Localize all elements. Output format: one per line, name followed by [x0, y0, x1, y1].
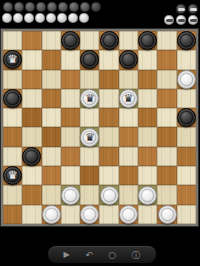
board-square[interactable]	[157, 185, 176, 204]
toolbar: ▶ ↶ ○ ⓘ	[48, 246, 156, 263]
white-man[interactable]	[119, 205, 138, 224]
board-square[interactable]	[42, 70, 61, 89]
board-square[interactable]	[80, 70, 99, 89]
board-square[interactable]	[22, 147, 41, 166]
board-square[interactable]: ♛	[3, 50, 22, 69]
board-square[interactable]	[3, 205, 22, 224]
black-man[interactable]	[3, 89, 22, 108]
board-square[interactable]	[138, 50, 157, 69]
board-square[interactable]	[138, 185, 157, 204]
board-square[interactable]	[138, 31, 157, 50]
board: ♛♛♛♛♛	[1, 29, 198, 226]
captured-black-man	[69, 2, 79, 12]
board-square[interactable]: ♛	[3, 166, 22, 185]
captured-white-man	[24, 13, 34, 23]
white-king[interactable]: ♛	[80, 128, 99, 147]
board-square[interactable]	[3, 89, 22, 108]
board-square[interactable]	[80, 205, 99, 224]
board-square[interactable]	[61, 108, 80, 127]
board-square[interactable]	[3, 185, 22, 204]
captured-black-man	[80, 2, 90, 12]
board-square[interactable]	[119, 31, 138, 50]
board-square[interactable]	[177, 70, 196, 89]
black-king[interactable]: ♛	[3, 166, 22, 185]
white-king[interactable]: ♛	[80, 89, 99, 108]
board-square[interactable]	[3, 31, 22, 50]
white-man[interactable]	[100, 186, 119, 205]
board-square[interactable]	[157, 31, 176, 50]
board-square[interactable]	[119, 166, 138, 185]
board-square[interactable]	[42, 89, 61, 108]
board-square[interactable]	[119, 147, 138, 166]
board-square[interactable]	[119, 205, 138, 224]
board-square[interactable]	[42, 50, 61, 69]
board-square[interactable]	[3, 147, 22, 166]
captured-white-man	[57, 13, 67, 23]
board-square[interactable]	[119, 70, 138, 89]
white-king-counter	[176, 15, 186, 25]
board-square[interactable]	[157, 89, 176, 108]
board-square[interactable]	[157, 147, 176, 166]
board-square[interactable]	[22, 205, 41, 224]
board-square[interactable]	[138, 70, 157, 89]
board-square[interactable]	[42, 127, 61, 146]
board-square[interactable]: ♛	[80, 89, 99, 108]
white-king-counter	[188, 15, 198, 25]
black-man[interactable]	[177, 108, 196, 127]
captured-black-man	[58, 2, 68, 12]
white-man[interactable]	[177, 70, 196, 89]
board-square[interactable]	[177, 50, 196, 69]
board-square[interactable]	[80, 166, 99, 185]
black-man[interactable]	[80, 50, 99, 69]
board-square[interactable]	[177, 147, 196, 166]
board-square[interactable]	[157, 166, 176, 185]
board-square[interactable]	[138, 166, 157, 185]
black-man[interactable]	[100, 31, 119, 50]
board-square[interactable]	[22, 50, 41, 69]
black-man[interactable]	[61, 31, 80, 50]
crown-icon: ♛	[8, 54, 18, 65]
board-square[interactable]	[61, 147, 80, 166]
board-square[interactable]	[61, 205, 80, 224]
captured-black-man	[47, 2, 57, 12]
board-square[interactable]	[3, 70, 22, 89]
board-square[interactable]	[119, 127, 138, 146]
board-square[interactable]	[22, 89, 41, 108]
board-square[interactable]	[61, 31, 80, 50]
circle-icon[interactable]: ○	[108, 251, 116, 260]
board-square[interactable]	[157, 205, 176, 224]
white-man[interactable]	[138, 186, 157, 205]
captured-black-man	[36, 2, 46, 12]
captured-white-man	[13, 13, 23, 23]
board-square[interactable]	[99, 185, 118, 204]
white-king[interactable]: ♛	[119, 89, 138, 108]
board-square[interactable]	[177, 185, 196, 204]
board-square[interactable]	[99, 127, 118, 146]
board-square[interactable]	[61, 185, 80, 204]
board-square[interactable]	[42, 205, 61, 224]
captured-white-man	[68, 13, 78, 23]
board-square[interactable]	[42, 108, 61, 127]
board-square[interactable]	[22, 127, 41, 146]
black-king-counter	[188, 4, 198, 14]
white-kings-tray	[164, 15, 198, 25]
board-square[interactable]	[3, 127, 22, 146]
board-square[interactable]	[138, 205, 157, 224]
crown-icon: ♛	[85, 93, 95, 104]
board-square[interactable]	[177, 89, 196, 108]
board-square[interactable]	[3, 108, 22, 127]
white-man[interactable]	[61, 186, 80, 205]
board-square[interactable]	[42, 185, 61, 204]
board-square[interactable]	[177, 31, 196, 50]
undo-icon[interactable]: ↶	[85, 251, 93, 260]
captured-black-man	[25, 2, 35, 12]
board-square[interactable]	[42, 147, 61, 166]
black-kings-tray	[176, 4, 198, 14]
white-man[interactable]	[158, 205, 177, 224]
black-man[interactable]	[138, 31, 157, 50]
board-square[interactable]	[99, 147, 118, 166]
board-square[interactable]	[99, 205, 118, 224]
board-square[interactable]	[99, 70, 118, 89]
board-square[interactable]	[22, 185, 41, 204]
captured-black-tray	[3, 2, 102, 12]
board-square[interactable]	[99, 166, 118, 185]
board-square[interactable]	[138, 147, 157, 166]
board-square[interactable]	[177, 108, 196, 127]
white-man[interactable]	[42, 205, 61, 224]
board-square[interactable]	[80, 108, 99, 127]
board-square[interactable]	[80, 31, 99, 50]
board-square[interactable]	[42, 166, 61, 185]
board-square[interactable]: ♛	[119, 89, 138, 108]
board-square[interactable]	[22, 108, 41, 127]
board-square[interactable]	[61, 166, 80, 185]
board-square[interactable]	[61, 70, 80, 89]
white-king-counter	[164, 15, 174, 25]
captured-white-man	[35, 13, 45, 23]
board-square[interactable]	[61, 127, 80, 146]
black-man[interactable]	[22, 147, 41, 166]
crown-icon: ♛	[8, 170, 18, 181]
board-square[interactable]	[99, 89, 118, 108]
black-man[interactable]	[119, 50, 138, 69]
black-man[interactable]	[177, 31, 196, 50]
app-screen: ♛♛♛♛♛ ▶ ↶ ○ ⓘ	[0, 0, 200, 266]
black-king-counter	[176, 4, 186, 14]
board-square[interactable]	[138, 127, 157, 146]
board-square[interactable]	[99, 108, 118, 127]
play-icon[interactable]: ▶	[63, 251, 69, 259]
board-square[interactable]: ♛	[80, 127, 99, 146]
board-square[interactable]	[22, 166, 41, 185]
captured-white-man	[2, 13, 12, 23]
board-square[interactable]	[61, 50, 80, 69]
board-square[interactable]	[138, 108, 157, 127]
captured-white-man	[46, 13, 56, 23]
board-square[interactable]	[177, 205, 196, 224]
board-square[interactable]	[61, 89, 80, 108]
captured-black-man	[91, 2, 101, 12]
captured-white-tray	[2, 13, 90, 23]
board-square[interactable]	[22, 70, 41, 89]
captured-black-man	[14, 2, 24, 12]
board-square[interactable]	[119, 108, 138, 127]
board-square[interactable]	[22, 31, 41, 50]
board-square[interactable]	[80, 50, 99, 69]
board-square[interactable]	[119, 50, 138, 69]
board-square[interactable]	[157, 108, 176, 127]
captured-white-man	[79, 13, 89, 23]
crown-icon: ♛	[85, 132, 95, 143]
board-square[interactable]	[99, 50, 118, 69]
board-square[interactable]	[80, 147, 99, 166]
board-square[interactable]	[138, 89, 157, 108]
info-icon[interactable]: ⓘ	[132, 251, 141, 260]
board-square[interactable]	[157, 70, 176, 89]
captured-black-man	[3, 2, 13, 12]
board-square[interactable]	[42, 31, 61, 50]
board-square[interactable]	[119, 185, 138, 204]
white-man[interactable]	[80, 205, 99, 224]
board-square[interactable]	[177, 166, 196, 185]
board-square[interactable]	[99, 31, 118, 50]
black-king[interactable]: ♛	[3, 50, 22, 69]
board-square[interactable]	[157, 50, 176, 69]
board-square[interactable]	[80, 185, 99, 204]
board-square[interactable]	[157, 127, 176, 146]
crown-icon: ♛	[124, 93, 134, 104]
board-square[interactable]	[177, 127, 196, 146]
